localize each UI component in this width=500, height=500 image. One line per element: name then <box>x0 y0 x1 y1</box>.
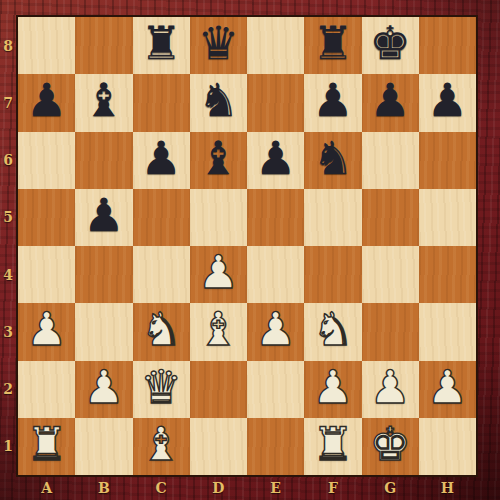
square-a1[interactable]: ♜ <box>18 418 75 475</box>
board-frame: 87654321 ♜♛♜♚♟♝♞♟♟♟♟♝♟♞♟♟♟♞♝♟♞♟♛♟♟♟♜♝♜♚ … <box>0 0 500 500</box>
white-bishop-icon: ♝ <box>198 301 239 358</box>
square-f2[interactable]: ♟ <box>304 361 361 418</box>
rank-label-7: 7 <box>3 95 13 111</box>
square-b7[interactable]: ♝ <box>75 74 132 131</box>
square-b6[interactable] <box>75 132 132 189</box>
square-h2[interactable]: ♟ <box>419 361 476 418</box>
square-g5[interactable] <box>362 189 419 246</box>
square-h4[interactable] <box>419 246 476 303</box>
black-knight-icon: ♞ <box>198 72 239 129</box>
rank-label-4: 4 <box>3 267 13 283</box>
square-f6[interactable]: ♞ <box>304 132 361 189</box>
rank-labels: 87654321 <box>0 17 16 475</box>
black-pawn-icon: ♟ <box>427 72 468 129</box>
square-c3[interactable]: ♞ <box>133 303 190 360</box>
file-label-a: A <box>41 480 52 496</box>
square-b8[interactable] <box>75 17 132 74</box>
white-pawn-icon: ♟ <box>198 244 239 301</box>
black-rook-icon: ♜ <box>141 15 182 72</box>
square-g2[interactable]: ♟ <box>362 361 419 418</box>
square-g1[interactable]: ♚ <box>362 418 419 475</box>
white-bishop-icon: ♝ <box>141 416 182 473</box>
square-e5[interactable] <box>247 189 304 246</box>
square-g3[interactable] <box>362 303 419 360</box>
white-queen-icon: ♛ <box>141 359 182 416</box>
black-bishop-icon: ♝ <box>83 72 124 129</box>
black-queen-icon: ♛ <box>198 15 239 72</box>
square-b1[interactable] <box>75 418 132 475</box>
square-b5[interactable]: ♟ <box>75 189 132 246</box>
white-king-icon: ♚ <box>370 416 411 473</box>
black-king-icon: ♚ <box>370 15 411 72</box>
file-label-c: C <box>156 480 167 496</box>
black-pawn-icon: ♟ <box>83 187 124 244</box>
square-a3[interactable]: ♟ <box>18 303 75 360</box>
square-f5[interactable] <box>304 189 361 246</box>
white-pawn-icon: ♟ <box>255 301 296 358</box>
square-b3[interactable] <box>75 303 132 360</box>
square-e6[interactable]: ♟ <box>247 132 304 189</box>
square-f7[interactable]: ♟ <box>304 74 361 131</box>
square-a2[interactable] <box>18 361 75 418</box>
file-label-h: H <box>441 480 454 496</box>
square-e1[interactable] <box>247 418 304 475</box>
square-c1[interactable]: ♝ <box>133 418 190 475</box>
square-d6[interactable]: ♝ <box>190 132 247 189</box>
board: ♜♛♜♚♟♝♞♟♟♟♟♝♟♞♟♟♟♞♝♟♞♟♛♟♟♟♜♝♜♚ <box>18 17 476 475</box>
rank-label-6: 6 <box>3 152 13 168</box>
square-d5[interactable] <box>190 189 247 246</box>
black-pawn-icon: ♟ <box>255 130 296 187</box>
square-a6[interactable] <box>18 132 75 189</box>
square-c5[interactable] <box>133 189 190 246</box>
rank-label-1: 1 <box>3 438 13 454</box>
square-f4[interactable] <box>304 246 361 303</box>
square-b4[interactable] <box>75 246 132 303</box>
square-d3[interactable]: ♝ <box>190 303 247 360</box>
file-label-g: G <box>384 480 396 496</box>
square-e8[interactable] <box>247 17 304 74</box>
white-knight-icon: ♞ <box>312 301 353 358</box>
file-label-f: F <box>328 480 338 496</box>
square-g6[interactable] <box>362 132 419 189</box>
square-b2[interactable]: ♟ <box>75 361 132 418</box>
black-pawn-icon: ♟ <box>141 130 182 187</box>
file-labels: ABCDEFGH <box>18 477 476 498</box>
square-e3[interactable]: ♟ <box>247 303 304 360</box>
square-h1[interactable] <box>419 418 476 475</box>
black-pawn-icon: ♟ <box>370 72 411 129</box>
square-f3[interactable]: ♞ <box>304 303 361 360</box>
square-a5[interactable] <box>18 189 75 246</box>
file-label-d: D <box>212 480 224 496</box>
rank-label-3: 3 <box>3 324 13 340</box>
square-f1[interactable]: ♜ <box>304 418 361 475</box>
square-h3[interactable] <box>419 303 476 360</box>
square-g7[interactable]: ♟ <box>362 74 419 131</box>
square-d7[interactable]: ♞ <box>190 74 247 131</box>
rank-label-2: 2 <box>3 381 13 397</box>
rank-label-8: 8 <box>3 38 13 54</box>
square-g4[interactable] <box>362 246 419 303</box>
white-pawn-icon: ♟ <box>83 359 124 416</box>
square-c4[interactable] <box>133 246 190 303</box>
square-d2[interactable] <box>190 361 247 418</box>
white-pawn-icon: ♟ <box>370 359 411 416</box>
black-pawn-icon: ♟ <box>312 72 353 129</box>
file-label-e: E <box>270 480 281 496</box>
black-bishop-icon: ♝ <box>198 130 239 187</box>
white-pawn-icon: ♟ <box>312 359 353 416</box>
black-pawn-icon: ♟ <box>26 72 67 129</box>
square-f8[interactable]: ♜ <box>304 17 361 74</box>
square-h8[interactable] <box>419 17 476 74</box>
black-knight-icon: ♞ <box>312 130 353 187</box>
square-d8[interactable]: ♛ <box>190 17 247 74</box>
file-label-b: B <box>98 480 110 496</box>
square-e2[interactable] <box>247 361 304 418</box>
board-outline: ♜♛♜♚♟♝♞♟♟♟♟♝♟♞♟♟♟♞♝♟♞♟♛♟♟♟♜♝♜♚ <box>16 15 478 477</box>
square-d1[interactable] <box>190 418 247 475</box>
square-c6[interactable]: ♟ <box>133 132 190 189</box>
square-a4[interactable] <box>18 246 75 303</box>
rank-label-5: 5 <box>3 209 13 225</box>
square-a7[interactable]: ♟ <box>18 74 75 131</box>
square-h5[interactable] <box>419 189 476 246</box>
white-rook-icon: ♜ <box>312 416 353 473</box>
square-g8[interactable]: ♚ <box>362 17 419 74</box>
square-c7[interactable] <box>133 74 190 131</box>
square-h7[interactable]: ♟ <box>419 74 476 131</box>
square-a8[interactable] <box>18 17 75 74</box>
square-h6[interactable] <box>419 132 476 189</box>
square-c8[interactable]: ♜ <box>133 17 190 74</box>
square-e7[interactable] <box>247 74 304 131</box>
white-pawn-icon: ♟ <box>26 301 67 358</box>
white-rook-icon: ♜ <box>26 416 67 473</box>
square-e4[interactable] <box>247 246 304 303</box>
square-d4[interactable]: ♟ <box>190 246 247 303</box>
black-rook-icon: ♜ <box>312 15 353 72</box>
square-c2[interactable]: ♛ <box>133 361 190 418</box>
white-pawn-icon: ♟ <box>427 359 468 416</box>
white-knight-icon: ♞ <box>141 301 182 358</box>
